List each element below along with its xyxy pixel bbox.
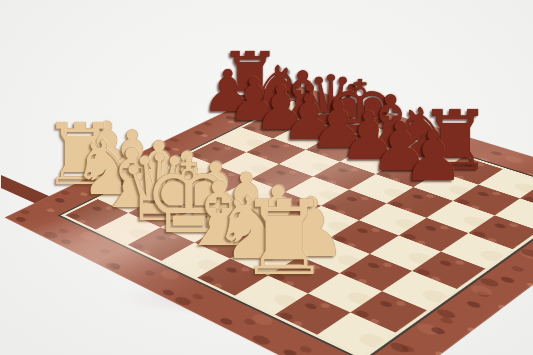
chess-set-photo: ♜♞♝♛♚♝♞♜♟♟♟♟♟♟♟♟♟♟♟♟♟♟♟♟♜♞♝♛♚♝♞♜ xyxy=(0,0,533,355)
